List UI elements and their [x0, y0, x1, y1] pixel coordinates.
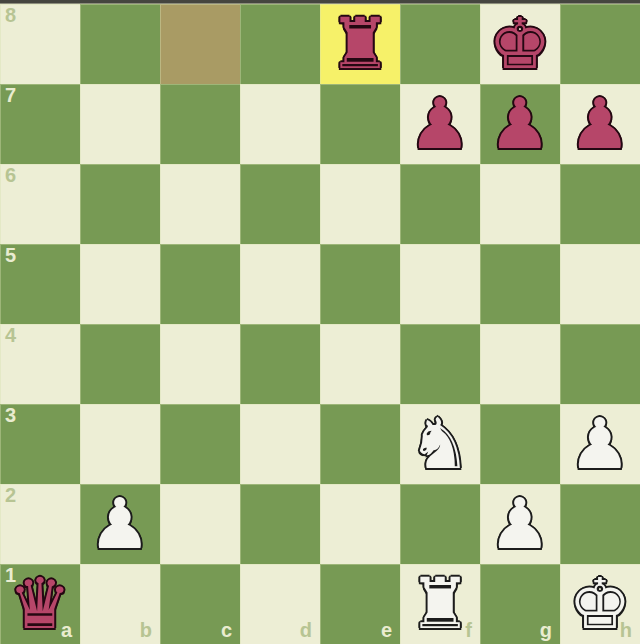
square-c6[interactable]: [160, 164, 240, 244]
piece-black-rook-e8[interactable]: ♜: [329, 4, 392, 84]
piece-black-king-g8[interactable]: ♚: [489, 4, 552, 84]
piece-black-pawn-h7[interactable]: ♟: [569, 84, 632, 164]
rank-label-6: 6: [5, 164, 16, 187]
square-f8[interactable]: [400, 4, 480, 84]
square-c1[interactable]: c: [160, 564, 240, 644]
piece-black-queen-a1[interactable]: ♛: [9, 564, 72, 644]
square-e6[interactable]: [320, 164, 400, 244]
square-c2[interactable]: [160, 484, 240, 564]
square-c3[interactable]: [160, 404, 240, 484]
file-label-c: c: [221, 619, 232, 642]
square-c8-highlighted[interactable]: [160, 4, 240, 84]
piece-white-rook-f1[interactable]: ♜: [409, 564, 472, 644]
square-e3[interactable]: [320, 404, 400, 484]
square-h4[interactable]: [560, 324, 640, 404]
file-label-b: b: [140, 619, 152, 642]
square-d6[interactable]: [240, 164, 320, 244]
square-f3[interactable]: ♞: [400, 404, 480, 484]
square-a6[interactable]: 6: [0, 164, 80, 244]
piece-white-pawn-h3[interactable]: ♟: [569, 404, 632, 484]
piece-black-pawn-f7[interactable]: ♟: [409, 84, 472, 164]
square-f7[interactable]: ♟: [400, 84, 480, 164]
square-f2[interactable]: [400, 484, 480, 564]
square-e8-highlighted[interactable]: ♜: [320, 4, 400, 84]
square-d3[interactable]: [240, 404, 320, 484]
square-b3[interactable]: [80, 404, 160, 484]
square-g6[interactable]: [480, 164, 560, 244]
square-g1[interactable]: g: [480, 564, 560, 644]
square-b7[interactable]: [80, 84, 160, 164]
square-d4[interactable]: [240, 324, 320, 404]
square-b8[interactable]: [80, 4, 160, 84]
square-g3[interactable]: [480, 404, 560, 484]
rank-label-5: 5: [5, 244, 16, 267]
square-a2[interactable]: 2: [0, 484, 80, 564]
square-h1[interactable]: h♚: [560, 564, 640, 644]
square-b4[interactable]: [80, 324, 160, 404]
rank-label-8: 8: [5, 4, 16, 27]
square-e4[interactable]: [320, 324, 400, 404]
square-c7[interactable]: [160, 84, 240, 164]
square-c4[interactable]: [160, 324, 240, 404]
square-h7[interactable]: ♟: [560, 84, 640, 164]
square-f5[interactable]: [400, 244, 480, 324]
square-e7[interactable]: [320, 84, 400, 164]
square-a3[interactable]: 3: [0, 404, 80, 484]
square-c5[interactable]: [160, 244, 240, 324]
square-g7[interactable]: ♟: [480, 84, 560, 164]
file-label-d: d: [300, 619, 312, 642]
file-label-g: g: [540, 619, 552, 642]
piece-black-pawn-g7[interactable]: ♟: [489, 84, 552, 164]
square-f1[interactable]: f♜: [400, 564, 480, 644]
piece-white-pawn-g2[interactable]: ♟: [489, 484, 552, 564]
square-d2[interactable]: [240, 484, 320, 564]
square-b2[interactable]: ♟: [80, 484, 160, 564]
square-e5[interactable]: [320, 244, 400, 324]
square-e2[interactable]: [320, 484, 400, 564]
square-h6[interactable]: [560, 164, 640, 244]
file-label-e: e: [381, 619, 392, 642]
square-g4[interactable]: [480, 324, 560, 404]
square-b6[interactable]: [80, 164, 160, 244]
square-h2[interactable]: [560, 484, 640, 564]
chess-board: 8♜♚7♟♟♟6543♞♟2♟♟1a♛bcdef♜gh♚: [0, 4, 640, 644]
square-d1[interactable]: d: [240, 564, 320, 644]
square-a7[interactable]: 7: [0, 84, 80, 164]
square-f4[interactable]: [400, 324, 480, 404]
square-h3[interactable]: ♟: [560, 404, 640, 484]
square-g5[interactable]: [480, 244, 560, 324]
square-h5[interactable]: [560, 244, 640, 324]
square-a8[interactable]: 8: [0, 4, 80, 84]
square-g2[interactable]: ♟: [480, 484, 560, 564]
square-d5[interactable]: [240, 244, 320, 324]
rank-label-3: 3: [5, 404, 16, 427]
rank-label-2: 2: [5, 484, 16, 507]
square-g8[interactable]: ♚: [480, 4, 560, 84]
piece-white-pawn-b2[interactable]: ♟: [89, 484, 152, 564]
rank-label-7: 7: [5, 84, 16, 107]
rank-label-4: 4: [5, 324, 16, 347]
piece-white-king-h1[interactable]: ♚: [569, 564, 632, 644]
square-e1[interactable]: e: [320, 564, 400, 644]
square-d8[interactable]: [240, 4, 320, 84]
piece-white-knight-f3[interactable]: ♞: [409, 404, 472, 484]
square-a1[interactable]: 1a♛: [0, 564, 80, 644]
square-a4[interactable]: 4: [0, 324, 80, 404]
square-h8[interactable]: [560, 4, 640, 84]
square-b1[interactable]: b: [80, 564, 160, 644]
square-d7[interactable]: [240, 84, 320, 164]
square-f6[interactable]: [400, 164, 480, 244]
square-b5[interactable]: [80, 244, 160, 324]
square-a5[interactable]: 5: [0, 244, 80, 324]
